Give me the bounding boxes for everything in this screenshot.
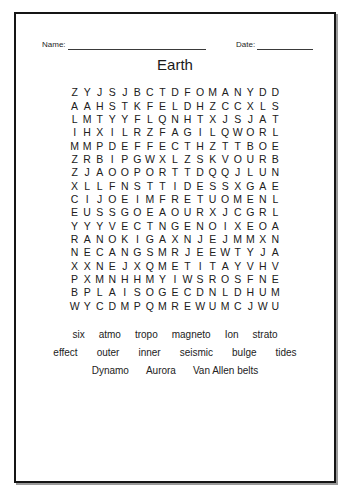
grid-cell[interactable]: O xyxy=(206,219,219,232)
grid-cell[interactable]: F xyxy=(131,113,144,126)
grid-cell[interactable]: Y xyxy=(81,86,94,99)
grid-cell[interactable]: R xyxy=(131,126,144,139)
grid-cell[interactable]: Y xyxy=(68,219,81,232)
grid-cell[interactable]: B xyxy=(68,286,81,299)
date-input-line[interactable] xyxy=(257,40,313,50)
grid-cell[interactable]: D xyxy=(181,99,194,112)
grid-cell[interactable]: L xyxy=(81,179,94,192)
grid-cell[interactable]: A xyxy=(219,86,232,99)
grid-cell[interactable]: X xyxy=(244,99,257,112)
grid-cell[interactable]: O xyxy=(144,286,157,299)
grid-cell[interactable]: C xyxy=(131,219,144,232)
word-search-grid: ZYJSJBCTDFOMANYDDAAHSTKFELDHZCCXLSLMTYYF… xyxy=(16,86,334,313)
grid-cell[interactable]: N xyxy=(68,246,81,259)
grid-cell[interactable]: Y xyxy=(231,259,244,272)
grid-cell[interactable]: A xyxy=(257,113,270,126)
grid-cell[interactable]: T xyxy=(119,99,132,112)
grid-cell[interactable]: E xyxy=(119,139,132,152)
grid-cell[interactable]: D xyxy=(231,286,244,299)
grid-cell[interactable]: O xyxy=(219,273,232,286)
grid-cell[interactable]: W xyxy=(219,246,232,259)
grid-cell[interactable]: M xyxy=(68,139,81,152)
grid-cell[interactable]: L xyxy=(257,99,270,112)
grid-cell[interactable]: J xyxy=(194,233,207,246)
grid-cell[interactable]: S xyxy=(131,179,144,192)
grid-cell[interactable]: N xyxy=(119,246,132,259)
grid-cell[interactable]: H xyxy=(257,259,270,272)
grid-cell[interactable]: L xyxy=(169,99,182,112)
grid-cell[interactable]: A xyxy=(156,233,169,246)
grid-cell[interactable]: T xyxy=(206,259,219,272)
grid-cell[interactable]: D xyxy=(194,286,207,299)
grid-cell[interactable]: M xyxy=(231,233,244,246)
grid-cell[interactable]: J xyxy=(119,259,132,272)
grid-cell[interactable]: N xyxy=(231,86,244,99)
grid-cell[interactable]: W xyxy=(144,153,157,166)
grid-cell[interactable]: X xyxy=(68,259,81,272)
grid-cell[interactable]: S xyxy=(219,179,232,192)
grid-cell[interactable]: M xyxy=(219,300,232,313)
grid-cell[interactable]: X xyxy=(68,179,81,192)
grid-cell[interactable]: E xyxy=(68,206,81,219)
grid-cell[interactable]: Y xyxy=(244,246,257,259)
grid-cell[interactable]: E xyxy=(169,259,182,272)
grid-cell[interactable]: O xyxy=(231,153,244,166)
grid-cell[interactable]: G xyxy=(156,286,169,299)
grid-cell[interactable]: Q xyxy=(219,166,232,179)
grid-cell[interactable]: T xyxy=(156,86,169,99)
grid-cell[interactable]: N xyxy=(206,286,219,299)
grid-cell[interactable]: Q xyxy=(144,300,157,313)
grid-cell[interactable]: S xyxy=(231,273,244,286)
grid-cell[interactable]: J xyxy=(257,246,270,259)
grid-cell[interactable]: E xyxy=(119,219,132,232)
grid-cell[interactable]: I xyxy=(194,259,207,272)
grid-cell[interactable]: T xyxy=(194,193,207,206)
grid-cell[interactable]: O xyxy=(244,126,257,139)
grid-cell[interactable]: Z xyxy=(206,139,219,152)
grid-cell[interactable]: C xyxy=(144,86,157,99)
grid-cell[interactable]: S xyxy=(106,86,119,99)
grid-cell[interactable]: X xyxy=(156,153,169,166)
grid-cell[interactable]: Y xyxy=(106,113,119,126)
grid-cell[interactable]: P xyxy=(131,166,144,179)
grid-cell[interactable]: E xyxy=(181,300,194,313)
grid-cell[interactable]: O xyxy=(169,206,182,219)
grid-cell[interactable]: A xyxy=(93,166,106,179)
grid-cell[interactable]: S xyxy=(106,99,119,112)
grid-cell[interactable]: R xyxy=(68,233,81,246)
grid-cell[interactable]: X xyxy=(81,259,94,272)
grid-cell[interactable]: I xyxy=(169,273,182,286)
grid-cell[interactable]: L xyxy=(93,179,106,192)
grid-cell[interactable]: Y xyxy=(81,219,94,232)
grid-cell[interactable]: M xyxy=(156,259,169,272)
grid-cell[interactable]: W xyxy=(68,300,81,313)
grid-cell[interactable]: O xyxy=(257,219,270,232)
grid-cell[interactable]: A xyxy=(81,99,94,112)
grid-cell[interactable]: X xyxy=(206,206,219,219)
grid-cell[interactable]: P xyxy=(131,300,144,313)
grid-cell[interactable]: A xyxy=(269,219,282,232)
grid-cell[interactable]: G xyxy=(169,219,182,232)
word-bank-item: tropo xyxy=(135,329,158,340)
grid-cell[interactable]: N xyxy=(194,219,207,232)
grid-cell[interactable]: M xyxy=(119,300,132,313)
grid-cell[interactable]: H xyxy=(119,273,132,286)
grid-cell[interactable]: C xyxy=(231,300,244,313)
grid-cell[interactable]: O xyxy=(131,206,144,219)
grid-cell[interactable]: A xyxy=(257,179,270,192)
grid-cell[interactable]: A xyxy=(106,246,119,259)
grid-cell[interactable]: E xyxy=(106,259,119,272)
grid-cell[interactable]: T xyxy=(231,246,244,259)
grid-cell[interactable]: J xyxy=(93,86,106,99)
grid-cell[interactable]: S xyxy=(194,153,207,166)
grid-cell[interactable]: J xyxy=(219,233,232,246)
word-bank-item: inner xyxy=(138,347,160,358)
grid-cell[interactable]: Q xyxy=(219,126,232,139)
grid-cell[interactable]: T xyxy=(156,179,169,192)
grid-cell[interactable]: A xyxy=(219,259,232,272)
grid-cell[interactable]: X xyxy=(81,273,94,286)
grid-cell[interactable]: P xyxy=(93,139,106,152)
grid-cell[interactable]: H xyxy=(131,273,144,286)
word-bank-item: tides xyxy=(276,347,297,358)
grid-cell[interactable]: L xyxy=(269,126,282,139)
grid-cell[interactable]: Y xyxy=(119,113,132,126)
grid-cell[interactable]: A xyxy=(156,206,169,219)
grid-cell[interactable]: M xyxy=(144,193,157,206)
grid-cell[interactable]: Y xyxy=(156,273,169,286)
grid-cell[interactable]: L xyxy=(93,286,106,299)
grid-cell[interactable]: N xyxy=(93,233,106,246)
grid-cell[interactable]: T xyxy=(93,113,106,126)
grid-cell[interactable]: S xyxy=(93,206,106,219)
grid-cell[interactable]: V xyxy=(244,259,257,272)
grid-cell[interactable]: N xyxy=(93,259,106,272)
grid-cell[interactable]: J xyxy=(119,86,132,99)
grid-cell[interactable]: W xyxy=(181,273,194,286)
grid-cell[interactable]: N xyxy=(106,273,119,286)
grid-cell[interactable]: E xyxy=(269,179,282,192)
grid-cell[interactable]: Z xyxy=(68,166,81,179)
grid-cell[interactable]: S xyxy=(194,273,207,286)
grid-cell[interactable]: Q xyxy=(144,259,157,272)
grid-cell[interactable]: I xyxy=(119,286,132,299)
grid-cell[interactable]: M xyxy=(244,233,257,246)
grid-cell[interactable]: R xyxy=(206,273,219,286)
grid-cell[interactable]: S xyxy=(231,113,244,126)
grid-cell[interactable]: N xyxy=(269,233,282,246)
grid-cell[interactable]: J xyxy=(219,206,232,219)
grid-cell[interactable]: J xyxy=(219,113,232,126)
grid-cell[interactable]: R xyxy=(81,153,94,166)
grid-cell[interactable]: H xyxy=(93,99,106,112)
grid-cell[interactable]: G xyxy=(144,233,157,246)
grid-cell[interactable]: I xyxy=(131,193,144,206)
grid-cell[interactable]: R xyxy=(194,206,207,219)
grid-cell[interactable]: O xyxy=(106,166,119,179)
grid-cell[interactable]: T xyxy=(219,139,232,152)
grid-cell[interactable]: T xyxy=(194,113,207,126)
grid-cell[interactable]: P xyxy=(68,273,81,286)
grid-cell[interactable]: Z xyxy=(144,126,157,139)
grid-cell[interactable]: T xyxy=(231,139,244,152)
grid-cell[interactable]: J xyxy=(244,300,257,313)
grid-cell[interactable]: X xyxy=(231,179,244,192)
grid-cell[interactable]: Y xyxy=(81,300,94,313)
grid-cell[interactable]: P xyxy=(81,286,94,299)
grid-cell[interactable]: L xyxy=(219,286,232,299)
grid-cell[interactable]: U xyxy=(257,286,270,299)
grid-cell[interactable]: U xyxy=(257,166,270,179)
grid-cell[interactable]: X xyxy=(131,259,144,272)
grid-cell[interactable]: T xyxy=(181,139,194,152)
grid-cell[interactable]: T xyxy=(144,179,157,192)
grid-cell[interactable]: M xyxy=(156,246,169,259)
grid-cell[interactable]: A xyxy=(269,246,282,259)
grid-cell[interactable]: L xyxy=(144,113,157,126)
grid-cell[interactable]: E xyxy=(269,273,282,286)
grid-cell[interactable]: A xyxy=(169,126,182,139)
grid-cell[interactable]: K xyxy=(119,233,132,246)
grid-cell[interactable]: E xyxy=(144,206,157,219)
grid-cell[interactable]: U xyxy=(206,300,219,313)
grid-cell[interactable]: X xyxy=(93,126,106,139)
grid-cell[interactable]: E xyxy=(181,219,194,232)
grid-cell[interactable]: M xyxy=(93,273,106,286)
grid-cell[interactable]: L xyxy=(269,193,282,206)
grid-cell[interactable]: Q xyxy=(206,166,219,179)
grid-cell[interactable]: F xyxy=(144,139,157,152)
grid-cell[interactable]: O xyxy=(144,166,157,179)
grid-cell[interactable]: R xyxy=(257,206,270,219)
grid-cell[interactable]: X xyxy=(169,233,182,246)
grid-cell[interactable]: Z xyxy=(68,86,81,99)
grid-cell[interactable]: X xyxy=(231,219,244,232)
grid-cell[interactable]: T xyxy=(181,259,194,272)
grid-cell[interactable]: L xyxy=(119,126,132,139)
grid-cell[interactable]: C xyxy=(68,193,81,206)
grid-cell[interactable]: R xyxy=(169,300,182,313)
grid-cell[interactable]: C xyxy=(181,286,194,299)
grid-cell[interactable]: T xyxy=(181,166,194,179)
grid-cell[interactable]: S xyxy=(131,286,144,299)
grid-cell[interactable]: K xyxy=(131,99,144,112)
grid-cell[interactable]: N xyxy=(119,179,132,192)
grid-cell[interactable]: O xyxy=(257,139,270,152)
grid-cell[interactable]: E xyxy=(206,233,219,246)
grid-cell[interactable]: E xyxy=(156,139,169,152)
grid-cell[interactable]: N xyxy=(269,166,282,179)
grid-cell[interactable]: G xyxy=(244,206,257,219)
word-bank-item: Dynamo xyxy=(92,365,129,376)
grid-cell[interactable]: Z xyxy=(181,153,194,166)
grid-cell[interactable]: L xyxy=(169,153,182,166)
worksheet-page: Name: Date: Earth ZYJSJBCTDFOMANYDDAAHST… xyxy=(14,12,336,483)
grid-cell[interactable]: X xyxy=(206,113,219,126)
grid-cell[interactable]: R xyxy=(169,246,182,259)
grid-cell[interactable]: B xyxy=(269,153,282,166)
grid-cell[interactable]: U xyxy=(269,300,282,313)
grid-cell[interactable]: D xyxy=(181,179,194,192)
grid-cell[interactable]: H xyxy=(194,99,207,112)
grid-cell[interactable]: N xyxy=(181,233,194,246)
grid-cell[interactable]: A xyxy=(68,99,81,112)
grid-cell[interactable]: W xyxy=(231,126,244,139)
grid-cell[interactable]: B xyxy=(131,86,144,99)
grid-cell[interactable]: E xyxy=(181,193,194,206)
grid-cell[interactable]: E xyxy=(244,193,257,206)
grid-cell[interactable]: A xyxy=(81,233,94,246)
grid-cell[interactable]: K xyxy=(206,153,219,166)
grid-cell[interactable]: Y xyxy=(244,86,257,99)
grid-cell[interactable]: I xyxy=(169,179,182,192)
grid-cell[interactable]: H xyxy=(181,113,194,126)
grid-cell[interactable]: Z xyxy=(206,99,219,112)
grid-cell[interactable]: C xyxy=(231,206,244,219)
grid-cell[interactable]: L xyxy=(244,166,257,179)
grid-cell[interactable]: E xyxy=(169,286,182,299)
grid-cell[interactable]: U xyxy=(244,153,257,166)
grid-cell[interactable]: Z xyxy=(68,153,81,166)
grid-cell[interactable]: I xyxy=(106,153,119,166)
grid-cell[interactable]: R xyxy=(169,193,182,206)
grid-cell[interactable]: O xyxy=(219,193,232,206)
grid-cell[interactable]: H xyxy=(244,286,257,299)
grid-cell[interactable]: T xyxy=(269,113,282,126)
grid-cell[interactable]: R xyxy=(156,166,169,179)
word-bank-item: Van Allen belts xyxy=(193,365,258,376)
grid-cell[interactable]: G xyxy=(119,206,132,219)
grid-cell[interactable]: S xyxy=(269,99,282,112)
grid-cell[interactable]: G xyxy=(244,179,257,192)
grid-cell[interactable]: B xyxy=(93,153,106,166)
grid-cell[interactable]: F xyxy=(181,86,194,99)
grid-cell[interactable]: O xyxy=(194,86,207,99)
grid-cell[interactable]: L xyxy=(269,206,282,219)
grid-cell[interactable]: F xyxy=(106,179,119,192)
grid-cell[interactable]: V xyxy=(219,153,232,166)
grid-cell[interactable]: O xyxy=(106,233,119,246)
grid-cell[interactable]: I xyxy=(194,126,207,139)
grid-cell[interactable]: U xyxy=(181,206,194,219)
grid-cell[interactable]: T xyxy=(144,219,157,232)
grid-cell[interactable]: W xyxy=(257,300,270,313)
grid-cell[interactable]: N xyxy=(257,193,270,206)
grid-cell[interactable]: Y xyxy=(93,219,106,232)
grid-cell[interactable]: J xyxy=(244,113,257,126)
grid-cell[interactable]: W xyxy=(194,300,207,313)
grid-cell[interactable]: E xyxy=(244,219,257,232)
grid-cell[interactable]: Q xyxy=(156,113,169,126)
grid-cell[interactable]: C xyxy=(169,139,182,152)
grid-cell[interactable]: E xyxy=(194,246,207,259)
grid-cell[interactable]: S xyxy=(206,179,219,192)
grid-cell[interactable]: R xyxy=(257,153,270,166)
grid-cell[interactable]: J xyxy=(81,166,94,179)
grid-cell[interactable]: G xyxy=(131,246,144,259)
grid-cell[interactable]: J xyxy=(181,246,194,259)
grid-cell[interactable]: M xyxy=(144,273,157,286)
grid-cell[interactable]: D xyxy=(169,86,182,99)
grid-cell[interactable]: E xyxy=(206,246,219,259)
grid-cell[interactable]: F xyxy=(131,139,144,152)
grid-cell[interactable]: E xyxy=(194,179,207,192)
grid-cell[interactable]: N xyxy=(156,219,169,232)
grid-cell[interactable]: A xyxy=(106,286,119,299)
grid-cell[interactable]: O xyxy=(119,166,132,179)
grid-cell[interactable]: V xyxy=(106,219,119,232)
grid-cell[interactable]: I xyxy=(131,233,144,246)
grid-cell[interactable]: F xyxy=(244,273,257,286)
grid-cell[interactable]: E xyxy=(81,246,94,259)
grid-cell[interactable]: N xyxy=(169,113,182,126)
grid-cell[interactable]: D xyxy=(257,86,270,99)
grid-cell[interactable]: M xyxy=(81,113,94,126)
grid-cell[interactable]: P xyxy=(119,153,132,166)
grid-cell[interactable]: L xyxy=(206,126,219,139)
grid-cell[interactable]: E xyxy=(119,193,132,206)
grid-cell[interactable]: M xyxy=(156,300,169,313)
grid-cell[interactable]: X xyxy=(257,233,270,246)
grid-cell[interactable]: I xyxy=(81,193,94,206)
grid-cell[interactable]: D xyxy=(269,86,282,99)
grid-cell[interactable]: T xyxy=(169,166,182,179)
word-bank-item: atmo xyxy=(99,329,121,340)
grid-cell[interactable]: D xyxy=(106,139,119,152)
grid-cell[interactable]: F xyxy=(156,193,169,206)
grid-cell[interactable]: D xyxy=(194,166,207,179)
grid-cell[interactable]: H xyxy=(194,139,207,152)
grid-cell[interactable]: M xyxy=(231,193,244,206)
grid-cell[interactable]: O xyxy=(106,193,119,206)
grid-cell[interactable]: J xyxy=(93,193,106,206)
grid-cell[interactable]: S xyxy=(106,206,119,219)
name-input-line[interactable] xyxy=(68,40,206,50)
grid-cell[interactable]: G xyxy=(131,153,144,166)
grid-cell[interactable]: U xyxy=(81,206,94,219)
grid-cell[interactable]: F xyxy=(144,99,157,112)
grid-cell[interactable]: V xyxy=(269,259,282,272)
grid-cell[interactable]: M xyxy=(81,139,94,152)
grid-cell[interactable]: C xyxy=(93,300,106,313)
grid-cell[interactable]: G xyxy=(181,126,194,139)
grid-cell[interactable]: I xyxy=(68,126,81,139)
grid-cell[interactable]: L xyxy=(68,113,81,126)
grid-cell[interactable]: M xyxy=(206,86,219,99)
grid-cell[interactable]: B xyxy=(244,139,257,152)
grid-cell[interactable]: C xyxy=(231,99,244,112)
grid-cell[interactable]: C xyxy=(93,246,106,259)
grid-cell[interactable]: I xyxy=(219,219,232,232)
grid-cell[interactable]: R xyxy=(257,126,270,139)
grid-cell[interactable]: H xyxy=(81,126,94,139)
grid-cell[interactable]: U xyxy=(206,193,219,206)
grid-cell[interactable]: C xyxy=(219,99,232,112)
grid-cell[interactable]: E xyxy=(269,139,282,152)
word-bank-item: bulge xyxy=(232,347,256,358)
grid-cell[interactable]: S xyxy=(144,246,157,259)
grid-cell[interactable]: M xyxy=(269,286,282,299)
grid-cell[interactable]: I xyxy=(106,126,119,139)
grid-cell[interactable]: E xyxy=(156,99,169,112)
grid-cell[interactable]: D xyxy=(106,300,119,313)
grid-cell[interactable]: J xyxy=(231,166,244,179)
grid-cell[interactable]: F xyxy=(156,126,169,139)
grid-cell[interactable]: N xyxy=(257,273,270,286)
